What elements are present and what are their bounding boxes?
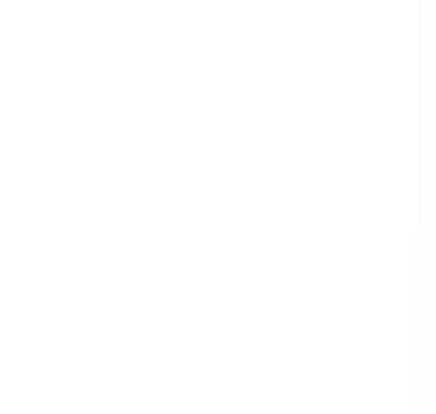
sidebar [414,0,436,414]
chess-board [0,0,414,414]
sidebar-panel-bottom [414,229,436,414]
sidebar-panel-top [414,0,436,229]
chess-analysis-view [0,0,436,414]
board-resize-handle[interactable] [396,396,414,414]
